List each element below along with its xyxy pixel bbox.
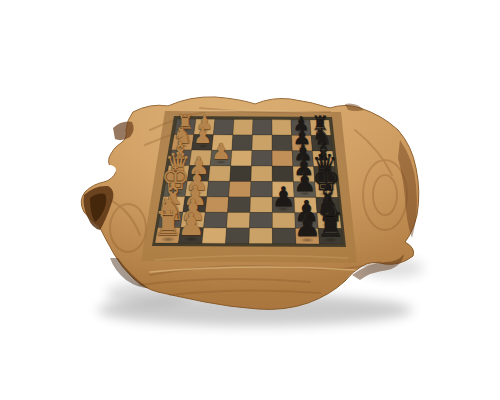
square-a6 [272,120,292,136]
square-b6 [272,135,292,151]
square-c4 [231,150,252,166]
square-e1 [163,181,187,197]
square-d4 [230,166,252,182]
square-g4 [227,212,250,228]
square-e7 [294,182,316,198]
square-h1 [155,228,181,244]
square-b3 [212,135,233,151]
square-g6 [272,213,295,229]
square-f6 [272,197,295,213]
square-f8 [316,197,340,213]
square-g8 [317,213,341,229]
square-g1 [158,212,183,228]
square-e5 [251,182,273,198]
square-a4 [233,119,253,135]
square-g7 [295,213,319,229]
square-b1 [172,135,194,151]
square-a7 [291,120,311,136]
square-b8 [311,135,332,151]
square-e3 [207,181,230,197]
square-g3 [204,212,228,228]
square-b4 [232,135,253,151]
scene [0,0,500,400]
square-h5 [249,228,273,244]
square-a1 [174,119,196,135]
square-e6 [272,182,294,198]
square-f7 [294,197,317,213]
square-d1 [166,166,189,182]
square-e8 [315,182,338,198]
square-f2 [183,197,207,213]
square-a8 [310,120,331,136]
square-h3 [202,228,227,244]
square-f5 [250,197,272,213]
square-f1 [161,197,186,213]
square-c2 [189,150,211,166]
square-b2 [192,135,214,151]
square-d7 [293,166,315,182]
square-c1 [169,150,192,166]
square-d2 [187,166,210,182]
square-d8 [314,166,336,182]
square-h2 [179,228,204,244]
square-e2 [185,181,208,197]
square-d5 [251,166,272,182]
square-b5 [252,135,272,151]
photo-canvas: ♜♟♟♜♞♟♟♞♝♟♟♝♛♟♟♛♚♟♟♚♝♟♟♝♞♟♟♞♜♟♟♜ [0,0,500,400]
square-a2 [194,119,215,135]
chessboard [155,119,343,244]
square-h7 [295,228,319,244]
square-f4 [228,197,251,213]
square-h6 [272,228,296,244]
bark-gap [102,165,116,175]
square-g2 [181,212,206,228]
square-d3 [209,166,231,182]
square-g5 [250,213,273,229]
square-c8 [312,151,334,167]
square-a5 [253,120,273,136]
square-c5 [252,151,273,167]
square-b7 [292,135,313,151]
square-c3 [210,150,232,166]
square-c6 [272,151,293,167]
square-h4 [226,228,250,244]
square-h8 [318,228,343,244]
square-e4 [229,181,251,197]
square-a3 [213,119,234,135]
square-d6 [272,166,293,182]
square-c7 [292,151,313,167]
square-f3 [205,197,228,213]
